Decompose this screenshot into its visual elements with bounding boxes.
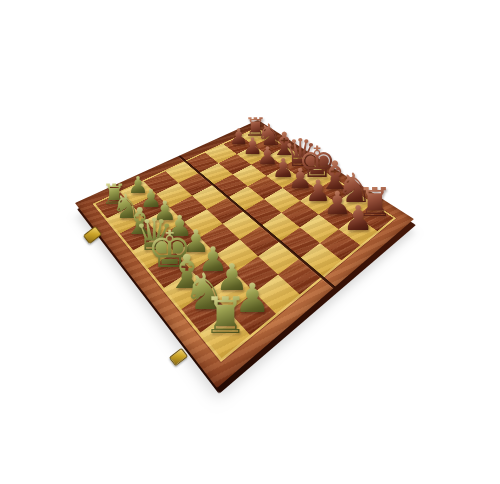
- chess-board: [75, 120, 414, 388]
- chess-set-photo: ♜♞♝♛♚♝♞♜♟♟♟♟♟♟♟♟♟♟♟♟♟♟♟♟♜♞♝♛♚♝♞♜: [0, 0, 500, 484]
- board-grid: [95, 129, 393, 359]
